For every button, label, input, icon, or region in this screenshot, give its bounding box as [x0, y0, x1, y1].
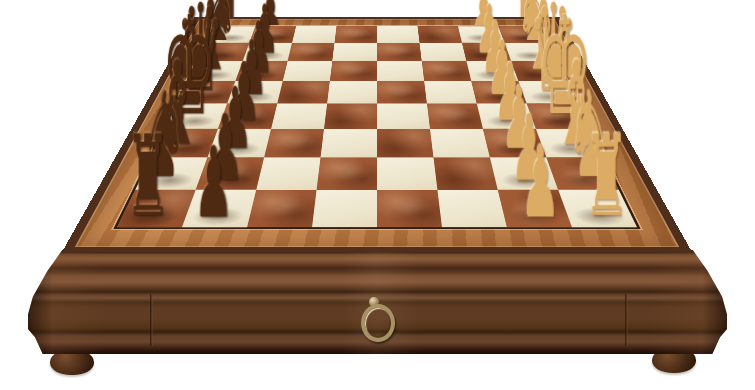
square-d5[interactable]: [327, 81, 377, 103]
square-a4[interactable]: [377, 26, 420, 42]
chess-cabinet-base: [28, 250, 727, 354]
board-burl-frame: ♜♟♟♜♞♟♟♞♝♟♟♝♛♟♟♛♚♟♟♚♝♟♟♝♞♟♟♞♜♟♟♜: [62, 17, 692, 252]
chess-set-photo: ♜♟♟♜♞♟♟♞♝♟♟♝♛♟♟♛♚♟♟♚♝♟♟♝♞♟♟♞♜♟♟♜: [0, 0, 755, 390]
square-g4[interactable]: [377, 157, 437, 190]
square-c3[interactable]: [422, 61, 472, 81]
square-c6[interactable]: [283, 61, 333, 81]
chess-board-grid: ♜♟♟♜♞♟♟♞♝♟♟♝♛♟♟♛♚♟♟♚♝♟♟♝♞♟♟♞♜♟♟♜: [113, 26, 640, 229]
black-pawn[interactable]: ♟: [194, 133, 234, 231]
square-b5[interactable]: [332, 43, 377, 61]
square-h6[interactable]: [247, 190, 317, 227]
square-f6[interactable]: [264, 129, 324, 158]
black-rook[interactable]: ♜: [125, 120, 170, 232]
square-e6[interactable]: [271, 103, 327, 128]
square-a5[interactable]: [334, 26, 377, 42]
white-rook[interactable]: ♜: [584, 120, 629, 232]
drawer-ring-pull[interactable]: [361, 304, 395, 342]
square-g3[interactable]: [433, 157, 497, 190]
square-h1[interactable]: ♜: [558, 190, 637, 227]
square-d6[interactable]: [277, 81, 330, 103]
square-e5[interactable]: [324, 103, 377, 128]
square-f3[interactable]: [430, 129, 490, 158]
square-g6[interactable]: [256, 157, 320, 190]
square-b4[interactable]: [377, 43, 422, 61]
square-b3[interactable]: [420, 43, 467, 61]
square-h4[interactable]: [377, 190, 442, 227]
square-c4[interactable]: [377, 61, 424, 81]
square-c5[interactable]: [330, 61, 377, 81]
square-f5[interactable]: [321, 129, 377, 158]
square-a3[interactable]: [418, 26, 463, 42]
square-a6[interactable]: [292, 26, 337, 42]
white-pawn[interactable]: ♟: [521, 133, 561, 231]
square-h5[interactable]: [312, 190, 377, 227]
square-b6[interactable]: [288, 43, 335, 61]
drawer-seam-right: [625, 294, 628, 346]
square-e4[interactable]: [377, 103, 430, 128]
square-d4[interactable]: [377, 81, 427, 103]
square-e3[interactable]: [427, 103, 483, 128]
square-g5[interactable]: [317, 157, 377, 190]
square-h7[interactable]: ♟: [182, 190, 256, 227]
drawer-seam-left: [150, 294, 153, 346]
square-f4[interactable]: [377, 129, 433, 158]
square-h3[interactable]: [437, 190, 507, 227]
square-d3[interactable]: [424, 81, 477, 103]
chess-board-3d: ♜♟♟♜♞♟♟♞♝♟♟♝♛♟♟♛♚♟♟♚♝♟♟♝♞♟♟♞♜♟♟♜: [62, 17, 692, 252]
